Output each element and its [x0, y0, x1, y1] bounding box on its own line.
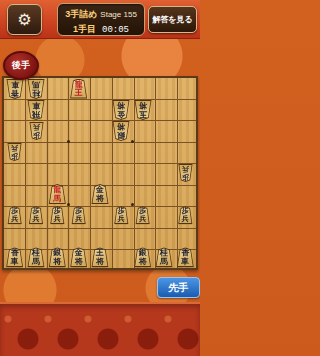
shogi-piece-gyokusho-gote[interactable]: 玉将 [134, 100, 152, 120]
piece-kanji: 銀将 [48, 249, 66, 266]
piece-kanji: 歩兵 [7, 144, 22, 159]
shogi-piece-ryuma-sente[interactable]: 龍馬 [48, 184, 66, 204]
sente-badge: 先手 [157, 277, 200, 298]
shogi-piece-fuhyo-sente[interactable]: 歩兵 [50, 206, 65, 224]
piece-kanji: 金将 [70, 249, 88, 266]
piece-kanji: 歩兵 [29, 123, 44, 138]
piece-kanji: 香車 [176, 249, 194, 266]
settings-button[interactable]: ⚙ [7, 4, 42, 35]
shogi-piece-kinsho-sente[interactable]: 金将 [91, 184, 109, 204]
header-bar: ⚙ 3手詰めStage 155 1手目00:05 解答を見る [0, 0, 200, 39]
piece-kanji: 龍王 [70, 81, 88, 98]
puzzle-type-label: 3手詰め [65, 9, 97, 19]
shogi-piece-fuhyo-sente[interactable]: 歩兵 [114, 206, 129, 224]
shogi-piece-hisha-gote[interactable]: 飛車 [27, 100, 45, 120]
piece-kanji: 歩兵 [135, 208, 150, 223]
piece-kanji: 桂馬 [155, 249, 173, 266]
stage-label: Stage 155 [100, 10, 136, 19]
shogi-piece-ryuo-sente[interactable]: 龍王 [70, 79, 88, 99]
timer-value: 00:05 [102, 25, 129, 35]
shogi-piece-ginsho-sente[interactable]: 銀将 [134, 247, 152, 267]
piece-kanji: 歩兵 [71, 208, 86, 223]
shogi-piece-ginsho-sente[interactable]: 銀将 [48, 247, 66, 267]
shogi-piece-kinsho-gote[interactable]: 金将 [112, 100, 130, 120]
puzzle-info-panel: 3手詰めStage 155 1手目00:05 [57, 3, 145, 36]
piece-kanji: 香車 [6, 80, 24, 97]
show-answer-button[interactable]: 解答を見る [148, 6, 197, 33]
shogi-piece-ginsho-gote[interactable]: 銀将 [112, 121, 130, 141]
shogi-piece-kyosha-sente[interactable]: 香車 [6, 247, 24, 267]
piece-kanji: 歩兵 [114, 208, 129, 223]
shogi-piece-kyosha-gote[interactable]: 香車 [6, 79, 24, 99]
shogi-piece-fuhyo-sente[interactable]: 歩兵 [178, 206, 193, 224]
piece-kanji: 香車 [6, 249, 24, 266]
decorative-bottom-bar [0, 302, 200, 356]
gear-icon: ⚙ [17, 11, 31, 28]
piece-kanji: 玉将 [134, 101, 152, 118]
shogi-piece-kinsho-sente[interactable]: 金将 [70, 247, 88, 267]
shogi-piece-keima-sente[interactable]: 桂馬 [27, 247, 45, 267]
shogi-piece-fuhyo-sente[interactable]: 歩兵 [71, 206, 86, 224]
piece-kanji: 銀将 [112, 122, 130, 139]
move-counter: 1手目 [73, 24, 96, 34]
piece-kanji: 王将 [91, 249, 109, 266]
shogi-piece-fuhyo-sente[interactable]: 歩兵 [29, 206, 44, 224]
piece-kanji: 歩兵 [178, 165, 193, 180]
piece-kanji: 歩兵 [29, 208, 44, 223]
piece-kanji: 飛車 [27, 101, 45, 118]
shogi-piece-keima-sente[interactable]: 桂馬 [155, 247, 173, 267]
piece-kanji: 桂馬 [27, 80, 45, 97]
shogi-piece-fuhyo-gote[interactable]: 歩兵 [7, 143, 22, 161]
piece-kanji: 歩兵 [50, 208, 65, 223]
piece-kanji: 金将 [91, 186, 109, 203]
piece-kanji: 桂馬 [27, 249, 45, 266]
piece-kanji: 龍馬 [48, 186, 66, 203]
shogi-piece-fuhyo-gote[interactable]: 歩兵 [29, 122, 44, 140]
shogi-piece-keima-gote[interactable]: 桂馬 [27, 79, 45, 99]
shogi-piece-fuhyo-sente[interactable]: 歩兵 [135, 206, 150, 224]
shogi-piece-osho-sente[interactable]: 王将 [91, 247, 109, 267]
piece-kanji: 金将 [112, 101, 130, 118]
piece-kanji: 銀将 [134, 249, 152, 266]
gote-badge: 後手 [3, 51, 39, 80]
shogi-piece-fuhyo-gote[interactable]: 歩兵 [178, 164, 193, 182]
shogi-piece-fuhyo-sente[interactable]: 歩兵 [7, 206, 22, 224]
hoshi-star-point [131, 203, 134, 206]
piece-kanji: 歩兵 [7, 208, 22, 223]
piece-kanji: 歩兵 [178, 208, 193, 223]
hoshi-star-point [67, 140, 70, 143]
shogi-piece-kyosha-sente[interactable]: 香車 [176, 247, 194, 267]
hoshi-star-point [131, 140, 134, 143]
shogi-board[interactable]: 香車桂馬龍王飛車金将玉将歩兵銀将歩兵歩兵龍馬金将歩兵歩兵歩兵歩兵歩兵歩兵歩兵香車… [2, 76, 198, 270]
hoshi-star-point [67, 203, 70, 206]
